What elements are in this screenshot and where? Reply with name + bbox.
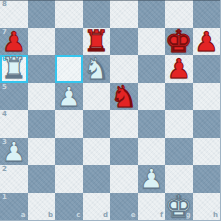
- square-g6[interactable]: ♟: [165, 55, 193, 83]
- square-e8[interactable]: [110, 0, 138, 28]
- rank-label-1: 1: [2, 194, 7, 201]
- square-c5[interactable]: ♟: [55, 83, 83, 111]
- square-e3[interactable]: [110, 138, 138, 166]
- square-g3[interactable]: [165, 138, 193, 166]
- square-f7[interactable]: [138, 28, 166, 56]
- piece-white-king-g1[interactable]: ♚: [165, 193, 193, 221]
- rank-label-8: 8: [2, 1, 7, 8]
- piece-red-pawn-g6[interactable]: ♟: [167, 55, 191, 83]
- square-b7[interactable]: [28, 28, 56, 56]
- square-f2[interactable]: ♟: [138, 165, 166, 193]
- square-b3[interactable]: [28, 138, 56, 166]
- square-a3[interactable]: 3♟: [0, 138, 28, 166]
- square-h2[interactable]: [193, 165, 221, 193]
- piece-white-pawn-a3[interactable]: ♟: [2, 138, 26, 166]
- square-c2[interactable]: [55, 165, 83, 193]
- square-a2[interactable]: 2: [0, 165, 28, 193]
- square-a8[interactable]: 8: [0, 0, 28, 28]
- square-h1[interactable]: h: [193, 193, 221, 221]
- piece-white-knight-d6[interactable]: ♞: [83, 55, 110, 83]
- chess-board: 87♟♜♚♟6♜♞♟5♟♞43♟2♟1abcdefg♚h: [0, 0, 220, 220]
- square-d3[interactable]: [83, 138, 111, 166]
- square-c1[interactable]: c: [55, 193, 83, 221]
- square-g1[interactable]: g♚: [165, 193, 193, 221]
- piece-red-pawn-h7[interactable]: ♟: [194, 28, 218, 56]
- square-g7[interactable]: ♚: [165, 28, 193, 56]
- square-h7[interactable]: ♟: [193, 28, 221, 56]
- file-label-b: b: [48, 212, 53, 219]
- square-f1[interactable]: f: [138, 193, 166, 221]
- piece-red-king-g7[interactable]: ♚: [165, 28, 193, 56]
- square-d1[interactable]: d: [83, 193, 111, 221]
- square-e5[interactable]: ♞: [110, 83, 138, 111]
- rank-label-4: 4: [2, 111, 7, 118]
- square-d5[interactable]: [83, 83, 111, 111]
- square-a5[interactable]: 5: [0, 83, 28, 111]
- square-h6[interactable]: [193, 55, 221, 83]
- piece-white-rook-a6[interactable]: ♜: [1, 55, 27, 83]
- square-f4[interactable]: [138, 110, 166, 138]
- piece-white-pawn-c5[interactable]: ♟: [57, 83, 81, 111]
- file-label-d: d: [103, 212, 108, 219]
- square-h8[interactable]: [193, 0, 221, 28]
- square-h5[interactable]: [193, 83, 221, 111]
- square-d4[interactable]: [83, 110, 111, 138]
- rank-label-2: 2: [2, 166, 7, 173]
- square-e2[interactable]: [110, 165, 138, 193]
- square-a6[interactable]: 6♜: [0, 55, 28, 83]
- square-c4[interactable]: [55, 110, 83, 138]
- square-h4[interactable]: [193, 110, 221, 138]
- square-g5[interactable]: [165, 83, 193, 111]
- square-a4[interactable]: 4: [0, 110, 28, 138]
- square-f5[interactable]: [138, 83, 166, 111]
- file-label-a: a: [21, 212, 26, 219]
- file-label-h: h: [213, 212, 218, 219]
- square-h3[interactable]: [193, 138, 221, 166]
- square-f6[interactable]: [138, 55, 166, 83]
- square-e7[interactable]: [110, 28, 138, 56]
- square-c8[interactable]: [55, 0, 83, 28]
- piece-white-pawn-f2[interactable]: ♟: [139, 165, 163, 193]
- square-c6[interactable]: [55, 55, 83, 83]
- square-f3[interactable]: [138, 138, 166, 166]
- square-d6[interactable]: ♞: [83, 55, 111, 83]
- square-c7[interactable]: [55, 28, 83, 56]
- square-e4[interactable]: [110, 110, 138, 138]
- square-e1[interactable]: e: [110, 193, 138, 221]
- square-f8[interactable]: [138, 0, 166, 28]
- file-label-f: f: [160, 212, 163, 219]
- file-label-e: e: [131, 212, 136, 219]
- square-c3[interactable]: [55, 138, 83, 166]
- square-b5[interactable]: [28, 83, 56, 111]
- square-b1[interactable]: b: [28, 193, 56, 221]
- square-b8[interactable]: [28, 0, 56, 28]
- chess-board-wrapper: 87♟♜♚♟6♜♞♟5♟♞43♟2♟1abcdefg♚h: [0, 0, 220, 220]
- square-b4[interactable]: [28, 110, 56, 138]
- square-g4[interactable]: [165, 110, 193, 138]
- square-b6[interactable]: [28, 55, 56, 83]
- square-b2[interactable]: [28, 165, 56, 193]
- file-label-c: c: [76, 212, 80, 219]
- square-a1[interactable]: 1a: [0, 193, 28, 221]
- square-d2[interactable]: [83, 165, 111, 193]
- piece-red-knight-e5[interactable]: ♞: [110, 83, 137, 111]
